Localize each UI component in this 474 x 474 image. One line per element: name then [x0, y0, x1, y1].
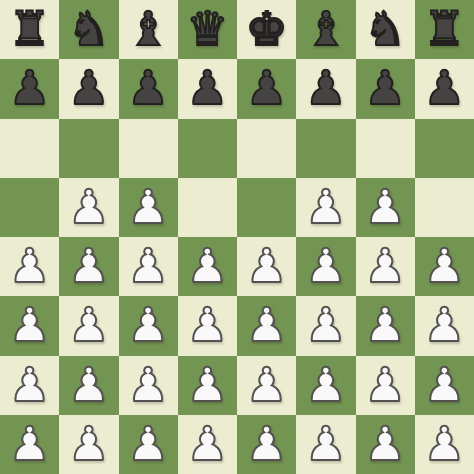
piece-white-pawn[interactable]: ♟: [423, 420, 465, 467]
piece-white-pawn[interactable]: ♟: [127, 420, 169, 467]
piece-white-pawn[interactable]: ♟: [68, 301, 110, 348]
piece-white-pawn[interactable]: ♟: [246, 361, 288, 408]
square-a7[interactable]: ♟: [0, 59, 59, 118]
piece-white-pawn[interactable]: ♟: [186, 301, 228, 348]
piece-white-pawn[interactable]: ♟: [9, 242, 51, 289]
square-e6[interactable]: [237, 119, 296, 178]
piece-black-pawn[interactable]: ♟: [68, 64, 110, 111]
piece-black-pawn[interactable]: ♟: [305, 64, 347, 111]
square-c4[interactable]: ♟: [119, 237, 178, 296]
square-h4[interactable]: ♟: [415, 237, 474, 296]
piece-white-pawn[interactable]: ♟: [423, 301, 465, 348]
square-a4[interactable]: ♟: [0, 237, 59, 296]
piece-black-knight[interactable]: ♞: [68, 5, 110, 52]
square-b6[interactable]: [59, 119, 118, 178]
piece-black-pawn[interactable]: ♟: [186, 64, 228, 111]
piece-white-pawn[interactable]: ♟: [246, 242, 288, 289]
square-g2[interactable]: ♟: [356, 356, 415, 415]
square-g4[interactable]: ♟: [356, 237, 415, 296]
square-f5[interactable]: ♟: [296, 178, 355, 237]
square-c8[interactable]: ♝: [119, 0, 178, 59]
piece-white-pawn[interactable]: ♟: [305, 183, 347, 230]
square-g3[interactable]: ♟: [356, 296, 415, 355]
square-d5[interactable]: [178, 178, 237, 237]
square-g1[interactable]: ♟: [356, 415, 415, 474]
square-e7[interactable]: ♟: [237, 59, 296, 118]
square-b2[interactable]: ♟: [59, 356, 118, 415]
square-a2[interactable]: ♟: [0, 356, 59, 415]
square-d7[interactable]: ♟: [178, 59, 237, 118]
square-a3[interactable]: ♟: [0, 296, 59, 355]
piece-white-pawn[interactable]: ♟: [305, 361, 347, 408]
square-h6[interactable]: [415, 119, 474, 178]
piece-white-pawn[interactable]: ♟: [246, 420, 288, 467]
chess-board: ♜♞♝♛♚♝♞♜♟♟♟♟♟♟♟♟♟♟♟♟♟♟♟♟♟♟♟♟♟♟♟♟♟♟♟♟♟♟♟♟…: [0, 0, 474, 474]
piece-white-pawn[interactable]: ♟: [9, 361, 51, 408]
piece-black-rook[interactable]: ♜: [423, 5, 465, 52]
square-h5[interactable]: [415, 178, 474, 237]
square-h8[interactable]: ♜: [415, 0, 474, 59]
square-c5[interactable]: ♟: [119, 178, 178, 237]
square-e2[interactable]: ♟: [237, 356, 296, 415]
square-e3[interactable]: ♟: [237, 296, 296, 355]
piece-white-pawn[interactable]: ♟: [423, 242, 465, 289]
piece-black-pawn[interactable]: ♟: [423, 64, 465, 111]
square-f7[interactable]: ♟: [296, 59, 355, 118]
piece-black-queen[interactable]: ♛: [186, 5, 228, 52]
piece-black-pawn[interactable]: ♟: [9, 64, 51, 111]
piece-black-pawn[interactable]: ♟: [246, 64, 288, 111]
square-e5[interactable]: [237, 178, 296, 237]
piece-black-bishop[interactable]: ♝: [127, 5, 169, 52]
piece-black-pawn[interactable]: ♟: [364, 64, 406, 111]
square-b3[interactable]: ♟: [59, 296, 118, 355]
piece-white-pawn[interactable]: ♟: [364, 183, 406, 230]
square-b4[interactable]: ♟: [59, 237, 118, 296]
square-b1[interactable]: ♟: [59, 415, 118, 474]
square-g5[interactable]: ♟: [356, 178, 415, 237]
square-d1[interactable]: ♟: [178, 415, 237, 474]
piece-white-pawn[interactable]: ♟: [127, 183, 169, 230]
piece-white-pawn[interactable]: ♟: [68, 361, 110, 408]
square-e4[interactable]: ♟: [237, 237, 296, 296]
square-b8[interactable]: ♞: [59, 0, 118, 59]
piece-white-pawn[interactable]: ♟: [127, 361, 169, 408]
square-c2[interactable]: ♟: [119, 356, 178, 415]
square-d6[interactable]: [178, 119, 237, 178]
square-d3[interactable]: ♟: [178, 296, 237, 355]
piece-white-pawn[interactable]: ♟: [127, 301, 169, 348]
square-g6[interactable]: [356, 119, 415, 178]
square-a5[interactable]: [0, 178, 59, 237]
square-h7[interactable]: ♟: [415, 59, 474, 118]
piece-white-pawn[interactable]: ♟: [246, 301, 288, 348]
square-f4[interactable]: ♟: [296, 237, 355, 296]
square-g8[interactable]: ♞: [356, 0, 415, 59]
square-a1[interactable]: ♟: [0, 415, 59, 474]
piece-white-pawn[interactable]: ♟: [305, 420, 347, 467]
square-g7[interactable]: ♟: [356, 59, 415, 118]
piece-white-pawn[interactable]: ♟: [9, 420, 51, 467]
piece-white-pawn[interactable]: ♟: [186, 361, 228, 408]
square-d4[interactable]: ♟: [178, 237, 237, 296]
piece-white-pawn[interactable]: ♟: [68, 420, 110, 467]
square-f3[interactable]: ♟: [296, 296, 355, 355]
piece-white-pawn[interactable]: ♟: [364, 420, 406, 467]
square-f8[interactable]: ♝: [296, 0, 355, 59]
piece-white-pawn[interactable]: ♟: [68, 242, 110, 289]
piece-white-pawn[interactable]: ♟: [186, 420, 228, 467]
piece-black-bishop[interactable]: ♝: [305, 5, 347, 52]
piece-white-pawn[interactable]: ♟: [364, 242, 406, 289]
square-c7[interactable]: ♟: [119, 59, 178, 118]
piece-white-pawn[interactable]: ♟: [364, 361, 406, 408]
piece-black-knight[interactable]: ♞: [364, 5, 406, 52]
square-h1[interactable]: ♟: [415, 415, 474, 474]
piece-black-rook[interactable]: ♜: [9, 5, 51, 52]
square-b5[interactable]: ♟: [59, 178, 118, 237]
piece-white-pawn[interactable]: ♟: [68, 183, 110, 230]
square-c1[interactable]: ♟: [119, 415, 178, 474]
square-h3[interactable]: ♟: [415, 296, 474, 355]
square-a8[interactable]: ♜: [0, 0, 59, 59]
square-c6[interactable]: [119, 119, 178, 178]
square-f6[interactable]: [296, 119, 355, 178]
piece-white-pawn[interactable]: ♟: [9, 301, 51, 348]
square-e8[interactable]: ♚: [237, 0, 296, 59]
piece-white-pawn[interactable]: ♟: [423, 361, 465, 408]
square-e1[interactable]: ♟: [237, 415, 296, 474]
piece-white-pawn[interactable]: ♟: [186, 242, 228, 289]
square-f2[interactable]: ♟: [296, 356, 355, 415]
piece-white-pawn[interactable]: ♟: [305, 301, 347, 348]
square-d2[interactable]: ♟: [178, 356, 237, 415]
piece-white-pawn[interactable]: ♟: [364, 301, 406, 348]
square-d8[interactable]: ♛: [178, 0, 237, 59]
square-c3[interactable]: ♟: [119, 296, 178, 355]
square-b7[interactable]: ♟: [59, 59, 118, 118]
square-f1[interactable]: ♟: [296, 415, 355, 474]
piece-black-pawn[interactable]: ♟: [127, 64, 169, 111]
square-h2[interactable]: ♟: [415, 356, 474, 415]
square-a6[interactable]: [0, 119, 59, 178]
piece-white-pawn[interactable]: ♟: [127, 242, 169, 289]
piece-black-king[interactable]: ♚: [246, 5, 288, 52]
piece-white-pawn[interactable]: ♟: [305, 242, 347, 289]
